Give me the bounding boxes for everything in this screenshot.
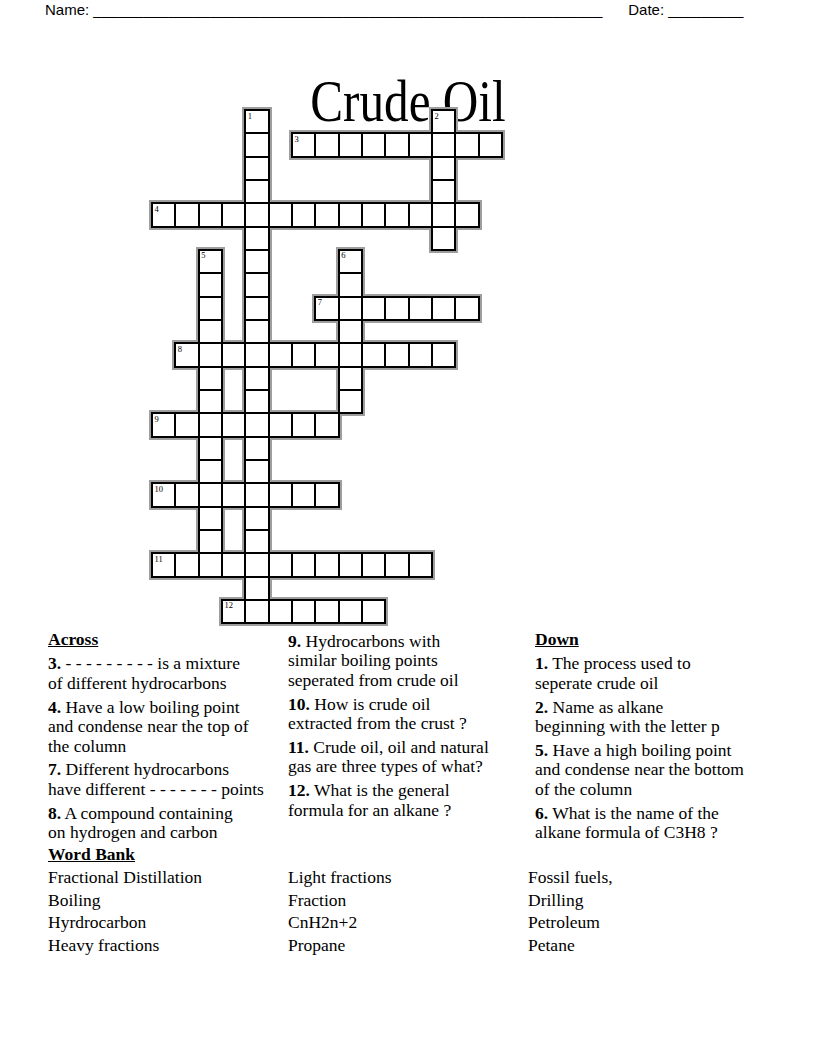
grid-cell-r19c5[interactable] bbox=[268, 552, 293, 577]
grid-cell-r15c4[interactable] bbox=[244, 459, 269, 484]
across-clue-8-line-2: on hydrogen and carbon bbox=[48, 823, 290, 842]
grid-cell-r8c10[interactable] bbox=[384, 296, 409, 321]
grid-cell-r8c7[interactable]: 7 bbox=[314, 296, 339, 321]
word-bank-entry: Fraction bbox=[288, 889, 392, 912]
grid-cell-r10c12[interactable] bbox=[431, 342, 456, 367]
grid-cell-r17c4[interactable] bbox=[244, 506, 269, 531]
across-clue-number-11: 11. bbox=[288, 737, 309, 757]
grid-cell-r4c1[interactable] bbox=[174, 202, 199, 227]
across-clue-10-line-1: 10. How is crude oil bbox=[288, 695, 510, 714]
across-clue-9-line-2: similar boiling points bbox=[288, 651, 510, 670]
date-label: Date: bbox=[628, 1, 664, 18]
word-bank-column-1: Fractional DistillationBoilingHyrdrocarb… bbox=[48, 866, 202, 957]
grid-cell-r19c9[interactable] bbox=[361, 552, 386, 577]
word-bank-entry: Fossil fuels, bbox=[528, 866, 613, 889]
word-bank-column-3: Fossil fuels,DrillingPetroleumPetane bbox=[528, 866, 613, 957]
across-clues-continued-column: 9. Hydrocarbons withsimilar boiling poin… bbox=[288, 632, 510, 825]
grid-cell-r13c3[interactable] bbox=[221, 412, 246, 437]
down-heading: Down bbox=[535, 630, 787, 649]
down-clue-number-1: 1. bbox=[535, 653, 548, 673]
grid-cell-r11c2[interactable] bbox=[198, 366, 223, 391]
grid-cell-r10c5[interactable] bbox=[268, 342, 293, 367]
grid-cell-r4c4[interactable] bbox=[244, 202, 269, 227]
grid-cell-r6c8[interactable]: 6 bbox=[338, 249, 363, 274]
down-clue-2-line-1: 2. Name as alkane bbox=[535, 698, 787, 717]
grid-cell-r16c3[interactable] bbox=[221, 482, 246, 507]
grid-cell-r4c10[interactable] bbox=[384, 202, 409, 227]
across-clue-7-line-1: 7. Different hydrocarbons bbox=[48, 760, 290, 779]
grid-cell-r19c0[interactable]: 11 bbox=[151, 552, 176, 577]
grid-cell-r4c12[interactable] bbox=[431, 202, 456, 227]
grid-cell-r4c8[interactable] bbox=[338, 202, 363, 227]
grid-cell-r16c4[interactable] bbox=[244, 482, 269, 507]
grid-cell-r1c11[interactable] bbox=[408, 132, 433, 157]
grid-cell-r1c14[interactable] bbox=[478, 132, 503, 157]
grid-cell-r21c4[interactable] bbox=[244, 599, 269, 624]
across-clue-11: 11. Crude oil, oil and naturalgas are th… bbox=[288, 738, 510, 777]
grid-cell-r20c4[interactable] bbox=[244, 576, 269, 601]
grid-cell-r9c4[interactable] bbox=[244, 319, 269, 344]
grid-cell-r19c2[interactable] bbox=[198, 552, 223, 577]
grid-cell-r10c6[interactable] bbox=[291, 342, 316, 367]
across-clue-number-12: 12. bbox=[288, 780, 310, 800]
grid-cell-r18c4[interactable] bbox=[244, 529, 269, 554]
grid-cell-r9c8[interactable] bbox=[338, 319, 363, 344]
grid-cell-r21c7[interactable] bbox=[314, 599, 339, 624]
grid-cell-r8c8[interactable] bbox=[338, 296, 363, 321]
cell-number-12: 12 bbox=[224, 601, 233, 610]
word-bank-heading: Word Bank bbox=[48, 844, 135, 865]
grid-cell-r4c6[interactable] bbox=[291, 202, 316, 227]
grid-cell-r2c4[interactable] bbox=[244, 156, 269, 181]
across-clue-12: 12. What is the generalformula for an al… bbox=[288, 781, 510, 820]
grid-cell-r10c4[interactable] bbox=[244, 342, 269, 367]
grid-cell-r16c2[interactable] bbox=[198, 482, 223, 507]
grid-cell-r4c3[interactable] bbox=[221, 202, 246, 227]
cell-number-2: 2 bbox=[434, 112, 438, 121]
grid-cell-r5c4[interactable] bbox=[244, 226, 269, 251]
grid-cell-r4c13[interactable] bbox=[454, 202, 479, 227]
grid-cell-r8c11[interactable] bbox=[408, 296, 433, 321]
grid-cell-r0c4[interactable]: 1 bbox=[244, 109, 269, 134]
across-clue-4: 4. Have a low boiling pointand condense … bbox=[48, 698, 290, 756]
grid-cell-r16c1[interactable] bbox=[174, 482, 199, 507]
across-clue-4-line-3: the column bbox=[48, 737, 290, 756]
down-clue-1-line-1: 1. The process used to bbox=[535, 654, 787, 673]
grid-cell-r2c12[interactable] bbox=[431, 156, 456, 181]
grid-cell-r7c2[interactable] bbox=[198, 272, 223, 297]
grid-cell-r17c2[interactable] bbox=[198, 506, 223, 531]
grid-cell-r21c9[interactable] bbox=[361, 599, 386, 624]
grid-cell-r10c9[interactable] bbox=[361, 342, 386, 367]
header: Name: __________________________________… bbox=[45, 1, 743, 19]
word-bank-entry: Heavy fractions bbox=[48, 934, 202, 957]
grid-cell-r4c0[interactable]: 4 bbox=[151, 202, 176, 227]
across-clue-number-8: 8. bbox=[48, 803, 61, 823]
down-clue-5-line-1: 5. Have a high boiling point bbox=[535, 741, 787, 760]
grid-cell-r8c12[interactable] bbox=[431, 296, 456, 321]
grid-cell-r12c4[interactable] bbox=[244, 389, 269, 414]
grid-cell-r19c8[interactable] bbox=[338, 552, 363, 577]
down-clue-5-line-3: of the column bbox=[535, 780, 787, 799]
grid-cell-r8c13[interactable] bbox=[454, 296, 479, 321]
grid-cell-r10c10[interactable] bbox=[384, 342, 409, 367]
cell-number-4: 4 bbox=[155, 205, 159, 214]
grid-cell-r6c4[interactable] bbox=[244, 249, 269, 274]
down-clue-6: 6. What is the name of thealkane formula… bbox=[535, 804, 787, 843]
grid-cell-r10c8[interactable] bbox=[338, 342, 363, 367]
grid-cell-r13c1[interactable] bbox=[174, 412, 199, 437]
grid-cell-r1c6[interactable]: 3 bbox=[291, 132, 316, 157]
across-clue-3-line-1: 3. - - - - - - - - - is a mixture bbox=[48, 654, 290, 673]
grid-cell-r6c2[interactable]: 5 bbox=[198, 249, 223, 274]
down-clue-number-5: 5. bbox=[535, 740, 548, 760]
word-bank-entry: Drilling bbox=[528, 889, 613, 912]
cell-number-11: 11 bbox=[155, 555, 163, 564]
grid-cell-r4c9[interactable] bbox=[361, 202, 386, 227]
grid-cell-r16c7[interactable] bbox=[314, 482, 339, 507]
grid-cell-r13c2[interactable] bbox=[198, 412, 223, 437]
grid-cell-r19c1[interactable] bbox=[174, 552, 199, 577]
cell-number-1: 1 bbox=[248, 112, 252, 121]
across-clue-3-line-2: of different hydrocarbons bbox=[48, 674, 290, 693]
grid-cell-r1c4[interactable] bbox=[244, 132, 269, 157]
cell-number-5: 5 bbox=[201, 251, 205, 260]
grid-cell-r4c11[interactable] bbox=[408, 202, 433, 227]
grid-cell-r19c11[interactable] bbox=[408, 552, 433, 577]
across-clue-9-line-3: seperated from crude oil bbox=[288, 671, 510, 690]
down-clue-1-line-2: seperate crude oil bbox=[535, 674, 787, 693]
down-clues-column: Down 1. The process used toseperate crud… bbox=[535, 630, 787, 847]
grid-cell-r7c8[interactable] bbox=[338, 272, 363, 297]
grid-cell-r0c12[interactable]: 2 bbox=[431, 109, 456, 134]
across-clue-list-continued: 9. Hydrocarbons withsimilar boiling poin… bbox=[288, 632, 510, 820]
grid-cell-r1c10[interactable] bbox=[384, 132, 409, 157]
down-clue-2-line-2: beginning with the letter p bbox=[535, 717, 787, 736]
cell-number-10: 10 bbox=[155, 485, 164, 494]
grid-cell-r19c4[interactable] bbox=[244, 552, 269, 577]
grid-cell-r13c5[interactable] bbox=[268, 412, 293, 437]
grid-cell-r3c12[interactable] bbox=[431, 179, 456, 204]
across-clue-10-line-2: extracted from the crust ? bbox=[288, 714, 510, 733]
grid-cell-r19c7[interactable] bbox=[314, 552, 339, 577]
word-bank-entry: CnH2n+2 bbox=[288, 911, 392, 934]
across-clue-11-line-1: 11. Crude oil, oil and natural bbox=[288, 738, 510, 757]
across-clue-8-line-1: 8. A compound containing bbox=[48, 804, 290, 823]
across-clue-12-line-2: formula for an alkane ? bbox=[288, 801, 510, 820]
grid-cell-r11c4[interactable] bbox=[244, 366, 269, 391]
grid-cell-r16c5[interactable] bbox=[268, 482, 293, 507]
across-clue-number-10: 10. bbox=[288, 694, 310, 714]
down-clue-6-line-2: alkane formula of C3H8 ? bbox=[535, 823, 787, 842]
word-bank-entry: Fractional Distillation bbox=[48, 866, 202, 889]
across-clue-11-line-2: gas are three types of what? bbox=[288, 757, 510, 776]
across-clues-column: Across 3. - - - - - - - - - is a mixture… bbox=[48, 630, 290, 847]
grid-cell-r14c4[interactable] bbox=[244, 436, 269, 461]
cell-number-7: 7 bbox=[318, 298, 322, 307]
grid-cell-r21c3[interactable]: 12 bbox=[221, 599, 246, 624]
grid-cell-r10c7[interactable] bbox=[314, 342, 339, 367]
down-clue-list: 1. The process used toseperate crude oil… bbox=[535, 654, 787, 842]
down-clue-1: 1. The process used toseperate crude oil bbox=[535, 654, 787, 693]
grid-cell-r14c2[interactable] bbox=[198, 436, 223, 461]
grid-cell-r1c12[interactable] bbox=[431, 132, 456, 157]
across-clue-list: 3. - - - - - - - - - is a mixtureof diff… bbox=[48, 654, 290, 842]
cell-number-9: 9 bbox=[155, 415, 159, 424]
grid-cell-r1c9[interactable] bbox=[361, 132, 386, 157]
grid-cell-r10c2[interactable] bbox=[198, 342, 223, 367]
across-clue-4-line-1: 4. Have a low boiling point bbox=[48, 698, 290, 717]
grid-cell-r1c8[interactable] bbox=[338, 132, 363, 157]
down-clue-5: 5. Have a high boiling pointand condense… bbox=[535, 741, 787, 799]
across-clue-number-9: 9. bbox=[288, 631, 301, 651]
name-blank-line[interactable]: ________________________________________… bbox=[93, 1, 602, 18]
word-bank-entry: Propane bbox=[288, 934, 392, 957]
grid-cell-r5c12[interactable] bbox=[431, 226, 456, 251]
grid-cell-r1c7[interactable] bbox=[314, 132, 339, 157]
word-bank-entry: Petane bbox=[528, 934, 613, 957]
grid-cell-r10c1[interactable]: 8 bbox=[174, 342, 199, 367]
down-clue-6-line-1: 6. What is the name of the bbox=[535, 804, 787, 823]
word-bank-column-2: Light fractionsFractionCnH2n+2Propane bbox=[288, 866, 392, 957]
across-clue-4-line-2: and condense near the top of bbox=[48, 717, 290, 736]
grid-cell-r16c0[interactable]: 10 bbox=[151, 482, 176, 507]
grid-cell-r4c5[interactable] bbox=[268, 202, 293, 227]
grid-cell-r13c0[interactable]: 9 bbox=[151, 412, 176, 437]
grid-cell-r19c10[interactable] bbox=[384, 552, 409, 577]
grid-cell-r16c6[interactable] bbox=[291, 482, 316, 507]
cell-number-6: 6 bbox=[341, 251, 345, 260]
grid-cell-r18c2[interactable] bbox=[198, 529, 223, 554]
grid-cell-r8c2[interactable] bbox=[198, 296, 223, 321]
across-clue-8: 8. A compound containingon hydrogen and … bbox=[48, 804, 290, 843]
across-clue-number-4: 4. bbox=[48, 697, 61, 717]
down-clue-number-2: 2. bbox=[535, 697, 548, 717]
grid-cell-r12c2[interactable] bbox=[198, 389, 223, 414]
grid-cell-r11c8[interactable] bbox=[338, 366, 363, 391]
across-clue-number-3: 3. bbox=[48, 653, 61, 673]
grid-cell-r15c2[interactable] bbox=[198, 459, 223, 484]
across-clue-12-line-1: 12. What is the general bbox=[288, 781, 510, 800]
down-clue-number-6: 6. bbox=[535, 803, 548, 823]
down-clue-5-line-2: and condense near the bottom bbox=[535, 760, 787, 779]
date-blank-line[interactable]: _________ bbox=[668, 1, 743, 18]
grid-cell-r10c11[interactable] bbox=[408, 342, 433, 367]
grid-cell-r1c13[interactable] bbox=[454, 132, 479, 157]
cell-number-8: 8 bbox=[178, 345, 182, 354]
word-bank-entry: Hyrdrocarbon bbox=[48, 911, 202, 934]
grid-cell-r8c9[interactable] bbox=[361, 296, 386, 321]
grid-cell-r8c4[interactable] bbox=[244, 296, 269, 321]
grid-cell-r13c4[interactable] bbox=[244, 412, 269, 437]
grid-cell-r12c8[interactable] bbox=[338, 389, 363, 414]
across-heading: Across bbox=[48, 630, 290, 649]
grid-cell-r13c7[interactable] bbox=[314, 412, 339, 437]
down-clue-2: 2. Name as alkanebeginning with the lett… bbox=[535, 698, 787, 737]
across-clue-number-7: 7. bbox=[48, 759, 61, 779]
across-clue-7: 7. Different hydrocarbonshave different … bbox=[48, 760, 290, 799]
crossword-grid: 123456789101112 bbox=[151, 109, 503, 624]
across-clue-10: 10. How is crude oilextracted from the c… bbox=[288, 695, 510, 734]
grid-cell-r9c2[interactable] bbox=[198, 319, 223, 344]
cell-number-3: 3 bbox=[294, 135, 298, 144]
grid-cell-r21c5[interactable] bbox=[268, 599, 293, 624]
grid-cell-r19c6[interactable] bbox=[291, 552, 316, 577]
name-label: Name: bbox=[45, 1, 89, 18]
grid-cell-r21c8[interactable] bbox=[338, 599, 363, 624]
word-bank-entry: Boiling bbox=[48, 889, 202, 912]
grid-cell-r13c6[interactable] bbox=[291, 412, 316, 437]
word-bank-entry: Light fractions bbox=[288, 866, 392, 889]
grid-cell-r7c4[interactable] bbox=[244, 272, 269, 297]
grid-cell-r19c3[interactable] bbox=[221, 552, 246, 577]
grid-cell-r4c2[interactable] bbox=[198, 202, 223, 227]
across-clue-9-line-1: 9. Hydrocarbons with bbox=[288, 632, 510, 651]
grid-cell-r10c3[interactable] bbox=[221, 342, 246, 367]
across-clue-9: 9. Hydrocarbons withsimilar boiling poin… bbox=[288, 632, 510, 690]
across-clue-7-line-2: have different - - - - - - - points bbox=[48, 780, 290, 799]
grid-cell-r3c4[interactable] bbox=[244, 179, 269, 204]
across-clue-3: 3. - - - - - - - - - is a mixtureof diff… bbox=[48, 654, 290, 693]
word-bank-entry: Petroleum bbox=[528, 911, 613, 934]
grid-cell-r4c7[interactable] bbox=[314, 202, 339, 227]
grid-cell-r21c6[interactable] bbox=[291, 599, 316, 624]
